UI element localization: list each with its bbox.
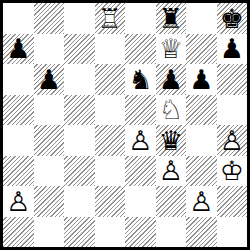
- square-a5[interactable]: [3, 95, 34, 126]
- square-d7[interactable]: [95, 34, 126, 65]
- square-h6[interactable]: [217, 64, 248, 95]
- square-g6[interactable]: ♟: [186, 64, 217, 95]
- white-rook[interactable]: ♜♖: [98, 5, 122, 32]
- piece-glyph: ♔: [220, 155, 244, 186]
- white-pawn[interactable]: ♟♙: [220, 127, 244, 154]
- square-e1[interactable]: [125, 217, 156, 248]
- square-h5[interactable]: [217, 95, 248, 126]
- square-e2[interactable]: [125, 186, 156, 217]
- square-c1[interactable]: [64, 217, 95, 248]
- square-g1[interactable]: [186, 217, 217, 248]
- square-a8[interactable]: [3, 3, 34, 34]
- square-b3[interactable]: [34, 156, 65, 187]
- square-d3[interactable]: [95, 156, 126, 187]
- piece-glyph: ♘: [159, 94, 183, 125]
- square-g3[interactable]: [186, 156, 217, 187]
- square-e6[interactable]: ♞: [125, 64, 156, 95]
- white-king[interactable]: ♚♔: [220, 157, 244, 184]
- square-c3[interactable]: [64, 156, 95, 187]
- square-c2[interactable]: [64, 186, 95, 217]
- black-pawn[interactable]: ♟: [37, 66, 61, 93]
- piece-glyph: ♖: [98, 3, 122, 34]
- square-d8[interactable]: ♜♖: [95, 3, 126, 34]
- white-pawn[interactable]: ♟♙: [159, 157, 183, 184]
- black-pawn[interactable]: ♟: [189, 66, 213, 93]
- black-pawn[interactable]: ♟: [220, 35, 244, 62]
- square-f8[interactable]: ♜: [156, 3, 187, 34]
- square-f5[interactable]: ♞♘: [156, 95, 187, 126]
- square-d5[interactable]: [95, 95, 126, 126]
- square-f6[interactable]: ♟: [156, 64, 187, 95]
- square-e4[interactable]: ♟♙: [125, 125, 156, 156]
- square-f7[interactable]: ♛♕: [156, 34, 187, 65]
- square-c7[interactable]: [64, 34, 95, 65]
- square-g7[interactable]: [186, 34, 217, 65]
- square-h8[interactable]: ♚: [217, 3, 248, 34]
- square-d2[interactable]: [95, 186, 126, 217]
- square-a2[interactable]: ♟♙: [3, 186, 34, 217]
- square-h4[interactable]: ♟♙: [217, 125, 248, 156]
- square-c4[interactable]: [64, 125, 95, 156]
- piece-glyph: ♟: [159, 64, 183, 95]
- square-a4[interactable]: [3, 125, 34, 156]
- square-c6[interactable]: [64, 64, 95, 95]
- piece-glyph: ♟: [37, 64, 61, 95]
- black-queen[interactable]: ♛: [159, 127, 183, 154]
- square-g4[interactable]: [186, 125, 217, 156]
- white-pawn[interactable]: ♟♙: [6, 188, 30, 215]
- square-b8[interactable]: [34, 3, 65, 34]
- square-e7[interactable]: [125, 34, 156, 65]
- square-e8[interactable]: [125, 3, 156, 34]
- square-h2[interactable]: [217, 186, 248, 217]
- square-g8[interactable]: [186, 3, 217, 34]
- piece-glyph: ♙: [128, 125, 152, 156]
- square-a3[interactable]: [3, 156, 34, 187]
- piece-glyph: ♛: [159, 125, 183, 156]
- piece-glyph: ♙: [6, 186, 30, 217]
- square-h1[interactable]: [217, 217, 248, 248]
- black-king[interactable]: ♚: [220, 5, 244, 32]
- square-g2[interactable]: ♟♙: [186, 186, 217, 217]
- square-h7[interactable]: ♟: [217, 34, 248, 65]
- piece-glyph: ♟: [6, 33, 30, 64]
- square-b5[interactable]: [34, 95, 65, 126]
- black-pawn[interactable]: ♟: [6, 35, 30, 62]
- piece-glyph: ♕: [159, 33, 183, 64]
- square-f4[interactable]: ♛: [156, 125, 187, 156]
- square-b7[interactable]: [34, 34, 65, 65]
- piece-glyph: ♙: [159, 155, 183, 186]
- square-g5[interactable]: [186, 95, 217, 126]
- white-knight[interactable]: ♞♘: [159, 96, 183, 123]
- black-pawn[interactable]: ♟: [159, 66, 183, 93]
- piece-glyph: ♜: [159, 3, 183, 34]
- square-h3[interactable]: ♚♔: [217, 156, 248, 187]
- square-d6[interactable]: [95, 64, 126, 95]
- piece-glyph: ♟: [189, 64, 213, 95]
- square-d4[interactable]: [95, 125, 126, 156]
- black-rook[interactable]: ♜: [159, 5, 183, 32]
- square-a7[interactable]: ♟: [3, 34, 34, 65]
- chess-board: ♜♖♜♚♟♛♕♟♟♞♟♟♞♘♟♙♛♟♙♟♙♚♔♟♙♟♙: [0, 0, 250, 250]
- square-b4[interactable]: [34, 125, 65, 156]
- square-e3[interactable]: [125, 156, 156, 187]
- piece-glyph: ♙: [189, 186, 213, 217]
- square-b2[interactable]: [34, 186, 65, 217]
- square-a1[interactable]: [3, 217, 34, 248]
- square-e5[interactable]: [125, 95, 156, 126]
- white-queen[interactable]: ♛♕: [159, 35, 183, 62]
- square-f1[interactable]: [156, 217, 187, 248]
- square-d1[interactable]: [95, 217, 126, 248]
- piece-glyph: ♚: [220, 3, 244, 34]
- square-a6[interactable]: [3, 64, 34, 95]
- piece-glyph: ♞: [128, 64, 152, 95]
- square-b1[interactable]: [34, 217, 65, 248]
- white-pawn[interactable]: ♟♙: [189, 188, 213, 215]
- square-c8[interactable]: [64, 3, 95, 34]
- square-c5[interactable]: [64, 95, 95, 126]
- square-b6[interactable]: ♟: [34, 64, 65, 95]
- square-f3[interactable]: ♟♙: [156, 156, 187, 187]
- black-knight[interactable]: ♞: [128, 66, 152, 93]
- white-pawn[interactable]: ♟♙: [128, 127, 152, 154]
- piece-glyph: ♟: [220, 33, 244, 64]
- piece-glyph: ♙: [220, 125, 244, 156]
- square-f2[interactable]: [156, 186, 187, 217]
